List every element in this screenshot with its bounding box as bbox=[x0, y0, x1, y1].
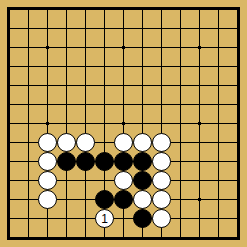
intersection-c4-r12[interactable] bbox=[76, 228, 95, 247]
intersection-c7-r7[interactable] bbox=[133, 133, 152, 152]
intersection-c5-r9[interactable] bbox=[95, 171, 114, 190]
intersection-c3-r10[interactable] bbox=[57, 190, 76, 209]
intersection-c10-r0[interactable] bbox=[190, 0, 209, 19]
intersection-c0-r11[interactable] bbox=[0, 209, 19, 228]
intersection-c4-r8[interactable] bbox=[76, 152, 95, 171]
intersection-c0-r4[interactable] bbox=[0, 76, 19, 95]
intersection-c0-r8[interactable] bbox=[0, 152, 19, 171]
intersection-c2-r0[interactable] bbox=[38, 0, 57, 19]
intersection-c12-r10[interactable] bbox=[228, 190, 247, 209]
white-stone bbox=[38, 190, 57, 209]
intersection-c10-r5[interactable] bbox=[190, 95, 209, 114]
intersection-c9-r11[interactable] bbox=[171, 209, 190, 228]
intersection-c1-r7[interactable] bbox=[19, 133, 38, 152]
intersection-c6-r2[interactable] bbox=[114, 38, 133, 57]
intersection-c2-r7[interactable] bbox=[38, 133, 57, 152]
intersection-c1-r12[interactable] bbox=[19, 228, 38, 247]
intersection-c12-r11[interactable] bbox=[228, 209, 247, 228]
star-point bbox=[46, 122, 49, 125]
intersection-c2-r1[interactable] bbox=[38, 19, 57, 38]
intersection-c9-r6[interactable] bbox=[171, 114, 190, 133]
intersection-c12-r2[interactable] bbox=[228, 38, 247, 57]
white-stone bbox=[114, 171, 133, 190]
intersection-c10-r3[interactable] bbox=[190, 57, 209, 76]
intersection-c12-r8[interactable] bbox=[228, 152, 247, 171]
intersection-c10-r9[interactable] bbox=[190, 171, 209, 190]
intersection-c1-r8[interactable] bbox=[19, 152, 38, 171]
intersection-c5-r3[interactable] bbox=[95, 57, 114, 76]
intersection-c10-r10[interactable] bbox=[190, 190, 209, 209]
intersection-c9-r0[interactable] bbox=[171, 0, 190, 19]
intersection-c5-r10[interactable] bbox=[95, 190, 114, 209]
intersection-c2-r8[interactable] bbox=[38, 152, 57, 171]
intersection-c8-r3[interactable] bbox=[152, 57, 171, 76]
intersection-c7-r6[interactable] bbox=[133, 114, 152, 133]
white-stone bbox=[152, 209, 171, 228]
intersection-c12-r1[interactable] bbox=[228, 19, 247, 38]
intersection-c3-r1[interactable] bbox=[57, 19, 76, 38]
intersection-c5-r8[interactable] bbox=[95, 152, 114, 171]
star-point bbox=[198, 198, 201, 201]
intersection-c6-r7[interactable] bbox=[114, 133, 133, 152]
intersection-c0-r9[interactable] bbox=[0, 171, 19, 190]
white-stone bbox=[133, 190, 152, 209]
intersection-c3-r3[interactable] bbox=[57, 57, 76, 76]
intersection-c3-r7[interactable] bbox=[57, 133, 76, 152]
intersection-c1-r4[interactable] bbox=[19, 76, 38, 95]
black-stone bbox=[133, 209, 152, 228]
intersection-c3-r12[interactable] bbox=[57, 228, 76, 247]
intersection-c4-r3[interactable] bbox=[76, 57, 95, 76]
intersection-c0-r10[interactable] bbox=[0, 190, 19, 209]
intersection-c11-r4[interactable] bbox=[209, 76, 228, 95]
intersection-c2-r2[interactable] bbox=[38, 38, 57, 57]
intersection-c4-r7[interactable] bbox=[76, 133, 95, 152]
intersection-c7-r10[interactable] bbox=[133, 190, 152, 209]
white-stone bbox=[152, 152, 171, 171]
intersection-c4-r1[interactable] bbox=[76, 19, 95, 38]
intersection-c4-r4[interactable] bbox=[76, 76, 95, 95]
black-stone bbox=[133, 171, 152, 190]
intersection-c7-r4[interactable] bbox=[133, 76, 152, 95]
intersection-c1-r9[interactable] bbox=[19, 171, 38, 190]
intersection-c9-r8[interactable] bbox=[171, 152, 190, 171]
intersection-c7-r12[interactable] bbox=[133, 228, 152, 247]
intersection-c9-r10[interactable] bbox=[171, 190, 190, 209]
white-stone bbox=[152, 133, 171, 152]
intersection-c0-r1[interactable] bbox=[0, 19, 19, 38]
intersection-c7-r9[interactable] bbox=[133, 171, 152, 190]
intersection-c11-r9[interactable] bbox=[209, 171, 228, 190]
intersection-c7-r11[interactable] bbox=[133, 209, 152, 228]
intersection-c3-r9[interactable] bbox=[57, 171, 76, 190]
intersection-c11-r11[interactable] bbox=[209, 209, 228, 228]
intersection-c8-r0[interactable] bbox=[152, 0, 171, 19]
intersection-c2-r9[interactable] bbox=[38, 171, 57, 190]
intersection-c8-r1[interactable] bbox=[152, 19, 171, 38]
intersection-c7-r3[interactable] bbox=[133, 57, 152, 76]
white-stone bbox=[76, 133, 95, 152]
intersection-c3-r8[interactable] bbox=[57, 152, 76, 171]
intersection-c9-r4[interactable] bbox=[171, 76, 190, 95]
intersection-c11-r5[interactable] bbox=[209, 95, 228, 114]
intersection-c4-r9[interactable] bbox=[76, 171, 95, 190]
intersection-c12-r9[interactable] bbox=[228, 171, 247, 190]
white-stone bbox=[133, 133, 152, 152]
star-point bbox=[46, 46, 49, 49]
intersection-c6-r11[interactable] bbox=[114, 209, 133, 228]
intersection-c5-r0[interactable] bbox=[95, 0, 114, 19]
intersection-c8-r5[interactable] bbox=[152, 95, 171, 114]
white-stone bbox=[152, 190, 171, 209]
intersection-c6-r4[interactable] bbox=[114, 76, 133, 95]
intersection-c7-r1[interactable] bbox=[133, 19, 152, 38]
intersection-c10-r12[interactable] bbox=[190, 228, 209, 247]
white-stone: 1 bbox=[95, 209, 114, 228]
board-grid: 1 bbox=[0, 0, 247, 247]
intersection-c0-r6[interactable] bbox=[0, 114, 19, 133]
intersection-c1-r2[interactable] bbox=[19, 38, 38, 57]
intersection-c2-r12[interactable] bbox=[38, 228, 57, 247]
intersection-c3-r11[interactable] bbox=[57, 209, 76, 228]
intersection-c3-r6[interactable] bbox=[57, 114, 76, 133]
go-board-diagram: 1 bbox=[0, 0, 247, 247]
black-stone bbox=[133, 152, 152, 171]
intersection-c11-r2[interactable] bbox=[209, 38, 228, 57]
intersection-c6-r6[interactable] bbox=[114, 114, 133, 133]
black-stone bbox=[114, 152, 133, 171]
black-stone bbox=[95, 190, 114, 209]
intersection-c12-r12[interactable] bbox=[228, 228, 247, 247]
intersection-c1-r11[interactable] bbox=[19, 209, 38, 228]
intersection-c2-r4[interactable] bbox=[38, 76, 57, 95]
intersection-c10-r8[interactable] bbox=[190, 152, 209, 171]
intersection-c6-r8[interactable] bbox=[114, 152, 133, 171]
intersection-c1-r6[interactable] bbox=[19, 114, 38, 133]
intersection-c6-r0[interactable] bbox=[114, 0, 133, 19]
intersection-c10-r1[interactable] bbox=[190, 19, 209, 38]
white-stone bbox=[38, 171, 57, 190]
intersection-c7-r8[interactable] bbox=[133, 152, 152, 171]
intersection-c4-r5[interactable] bbox=[76, 95, 95, 114]
intersection-c6-r3[interactable] bbox=[114, 57, 133, 76]
intersection-c0-r2[interactable] bbox=[0, 38, 19, 57]
intersection-c9-r1[interactable] bbox=[171, 19, 190, 38]
intersection-c5-r2[interactable] bbox=[95, 38, 114, 57]
intersection-c10-r2[interactable] bbox=[190, 38, 209, 57]
intersection-c12-r3[interactable] bbox=[228, 57, 247, 76]
intersection-c9-r9[interactable] bbox=[171, 171, 190, 190]
intersection-c7-r5[interactable] bbox=[133, 95, 152, 114]
intersection-c8-r2[interactable] bbox=[152, 38, 171, 57]
intersection-c1-r3[interactable] bbox=[19, 57, 38, 76]
intersection-c0-r7[interactable] bbox=[0, 133, 19, 152]
intersection-c9-r2[interactable] bbox=[171, 38, 190, 57]
black-stone bbox=[95, 152, 114, 171]
intersection-c6-r10[interactable] bbox=[114, 190, 133, 209]
intersection-c0-r0[interactable] bbox=[0, 0, 19, 19]
white-stone bbox=[57, 133, 76, 152]
intersection-c7-r0[interactable] bbox=[133, 0, 152, 19]
intersection-c12-r4[interactable] bbox=[228, 76, 247, 95]
intersection-c5-r12[interactable] bbox=[95, 228, 114, 247]
move-number-label: 1 bbox=[101, 212, 108, 224]
intersection-c1-r1[interactable] bbox=[19, 19, 38, 38]
intersection-c10-r6[interactable] bbox=[190, 114, 209, 133]
intersection-c5-r11[interactable]: 1 bbox=[95, 209, 114, 228]
intersection-c11-r6[interactable] bbox=[209, 114, 228, 133]
intersection-c12-r5[interactable] bbox=[228, 95, 247, 114]
intersection-c3-r0[interactable] bbox=[57, 0, 76, 19]
intersection-c3-r5[interactable] bbox=[57, 95, 76, 114]
intersection-c5-r5[interactable] bbox=[95, 95, 114, 114]
intersection-c8-r11[interactable] bbox=[152, 209, 171, 228]
intersection-c4-r6[interactable] bbox=[76, 114, 95, 133]
intersection-c7-r2[interactable] bbox=[133, 38, 152, 57]
intersection-c2-r11[interactable] bbox=[38, 209, 57, 228]
intersection-c1-r10[interactable] bbox=[19, 190, 38, 209]
intersection-c10-r11[interactable] bbox=[190, 209, 209, 228]
intersection-c11-r8[interactable] bbox=[209, 152, 228, 171]
intersection-c0-r5[interactable] bbox=[0, 95, 19, 114]
white-stone bbox=[114, 133, 133, 152]
black-stone bbox=[76, 152, 95, 171]
intersection-c8-r7[interactable] bbox=[152, 133, 171, 152]
intersection-c8-r9[interactable] bbox=[152, 171, 171, 190]
intersection-c6-r5[interactable] bbox=[114, 95, 133, 114]
intersection-c11-r3[interactable] bbox=[209, 57, 228, 76]
intersection-c6-r9[interactable] bbox=[114, 171, 133, 190]
intersection-c11-r10[interactable] bbox=[209, 190, 228, 209]
intersection-c10-r7[interactable] bbox=[190, 133, 209, 152]
black-stone bbox=[114, 190, 133, 209]
intersection-c5-r7[interactable] bbox=[95, 133, 114, 152]
intersection-c2-r10[interactable] bbox=[38, 190, 57, 209]
intersection-c12-r6[interactable] bbox=[228, 114, 247, 133]
intersection-c0-r3[interactable] bbox=[0, 57, 19, 76]
intersection-c8-r6[interactable] bbox=[152, 114, 171, 133]
intersection-c9-r5[interactable] bbox=[171, 95, 190, 114]
intersection-c3-r4[interactable] bbox=[57, 76, 76, 95]
intersection-c8-r4[interactable] bbox=[152, 76, 171, 95]
star-point bbox=[122, 46, 125, 49]
intersection-c5-r4[interactable] bbox=[95, 76, 114, 95]
intersection-c11-r0[interactable] bbox=[209, 0, 228, 19]
intersection-c6-r1[interactable] bbox=[114, 19, 133, 38]
intersection-c11-r12[interactable] bbox=[209, 228, 228, 247]
intersection-c4-r11[interactable] bbox=[76, 209, 95, 228]
intersection-c8-r8[interactable] bbox=[152, 152, 171, 171]
intersection-c4-r2[interactable] bbox=[76, 38, 95, 57]
intersection-c10-r4[interactable] bbox=[190, 76, 209, 95]
white-stone bbox=[38, 133, 57, 152]
intersection-c9-r7[interactable] bbox=[171, 133, 190, 152]
intersection-c2-r5[interactable] bbox=[38, 95, 57, 114]
intersection-c11-r7[interactable] bbox=[209, 133, 228, 152]
intersection-c12-r7[interactable] bbox=[228, 133, 247, 152]
star-point bbox=[198, 122, 201, 125]
white-stone bbox=[38, 152, 57, 171]
intersection-c4-r10[interactable] bbox=[76, 190, 95, 209]
intersection-c3-r2[interactable] bbox=[57, 38, 76, 57]
intersection-c4-r0[interactable] bbox=[76, 0, 95, 19]
intersection-c11-r1[interactable] bbox=[209, 19, 228, 38]
intersection-c6-r12[interactable] bbox=[114, 228, 133, 247]
intersection-c1-r0[interactable] bbox=[19, 0, 38, 19]
intersection-c12-r0[interactable] bbox=[228, 0, 247, 19]
star-point bbox=[198, 46, 201, 49]
intersection-c0-r12[interactable] bbox=[0, 228, 19, 247]
intersection-c8-r12[interactable] bbox=[152, 228, 171, 247]
intersection-c9-r12[interactable] bbox=[171, 228, 190, 247]
star-point bbox=[122, 122, 125, 125]
intersection-c5-r6[interactable] bbox=[95, 114, 114, 133]
intersection-c8-r10[interactable] bbox=[152, 190, 171, 209]
intersection-c2-r3[interactable] bbox=[38, 57, 57, 76]
intersection-c1-r5[interactable] bbox=[19, 95, 38, 114]
intersection-c2-r6[interactable] bbox=[38, 114, 57, 133]
white-stone bbox=[152, 171, 171, 190]
intersection-c5-r1[interactable] bbox=[95, 19, 114, 38]
intersection-c9-r3[interactable] bbox=[171, 57, 190, 76]
black-stone bbox=[57, 152, 76, 171]
